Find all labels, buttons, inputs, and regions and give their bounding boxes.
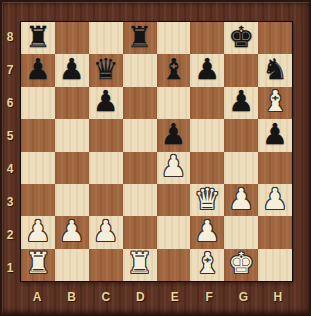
square-e2[interactable] [157,216,191,248]
black-pawn: ♟ [262,120,288,149]
white-king: ♚ [228,249,254,278]
square-a5[interactable] [21,119,55,151]
rank-label-1: 1 [2,251,18,284]
rank-label-5: 5 [2,120,18,153]
square-f5[interactable] [190,119,224,151]
square-a1[interactable]: ♜ [21,249,55,281]
square-h8[interactable] [258,22,292,54]
black-pawn: ♟ [93,87,119,116]
file-label-g: G [226,286,260,308]
square-d5[interactable] [123,119,157,151]
white-pawn: ♟ [228,185,254,214]
square-c8[interactable] [89,22,123,54]
square-d8[interactable]: ♜ [123,22,157,54]
file-label-a: A [20,286,54,308]
square-f8[interactable] [190,22,224,54]
square-b2[interactable]: ♟ [55,216,89,248]
square-c3[interactable] [89,184,123,216]
square-f1[interactable]: ♝ [190,249,224,281]
square-b5[interactable] [55,119,89,151]
square-h5[interactable]: ♟ [258,119,292,151]
black-knight: ♞ [262,55,288,84]
black-pawn: ♟ [59,55,85,84]
white-pawn: ♟ [93,217,119,246]
black-pawn: ♟ [228,87,254,116]
file-label-b: B [54,286,88,308]
black-king: ♚ [228,23,254,52]
file-label-e: E [158,286,192,308]
square-a6[interactable] [21,87,55,119]
square-e1[interactable] [157,249,191,281]
square-e7[interactable]: ♝ [157,54,191,86]
square-d7[interactable] [123,54,157,86]
square-b6[interactable] [55,87,89,119]
file-label-c: C [89,286,123,308]
white-bishop: ♝ [194,249,220,278]
square-g8[interactable]: ♚ [224,22,258,54]
square-f2[interactable]: ♟ [190,216,224,248]
square-g6[interactable]: ♟ [224,87,258,119]
square-c6[interactable]: ♟ [89,87,123,119]
square-f4[interactable] [190,152,224,184]
rank-labels: 87654321 [2,21,20,284]
square-h6[interactable]: ♝ [258,87,292,119]
black-pawn: ♟ [194,55,220,84]
black-pawn: ♟ [160,120,186,149]
white-pawn: ♟ [194,217,220,246]
black-pawn: ♟ [25,55,51,84]
square-g2[interactable] [224,216,258,248]
square-d4[interactable] [123,152,157,184]
square-b3[interactable] [55,184,89,216]
square-g5[interactable] [224,119,258,151]
file-label-h: H [261,286,295,308]
square-g1[interactable]: ♚ [224,249,258,281]
square-h3[interactable]: ♟ [258,184,292,216]
square-a8[interactable]: ♜ [21,22,55,54]
square-a7[interactable]: ♟ [21,54,55,86]
square-g7[interactable] [224,54,258,86]
square-h2[interactable] [258,216,292,248]
file-label-d: D [123,286,157,308]
square-b1[interactable] [55,249,89,281]
rank-label-2: 2 [2,218,18,251]
square-e6[interactable] [157,87,191,119]
square-e5[interactable]: ♟ [157,119,191,151]
black-rook: ♜ [127,23,153,52]
black-bishop: ♝ [160,55,186,84]
square-b8[interactable] [55,22,89,54]
black-rook: ♜ [25,23,51,52]
square-e3[interactable] [157,184,191,216]
white-pawn: ♟ [25,217,51,246]
square-e4[interactable]: ♟ [157,152,191,184]
square-a4[interactable] [21,152,55,184]
square-a2[interactable]: ♟ [21,216,55,248]
white-pawn: ♟ [262,185,288,214]
rank-label-3: 3 [2,185,18,218]
chess-board-frame: 87654321 ♜♜♚♟♟♛♝♟♞♟♟♝♟♟♟♛♟♟♟♟♟♟♜♜♝♚ ABCD… [0,0,311,316]
file-labels: ABCDEFGH [20,286,295,308]
black-queen: ♛ [93,55,119,84]
square-f3[interactable]: ♛ [190,184,224,216]
square-b7[interactable]: ♟ [55,54,89,86]
rank-label-6: 6 [2,87,18,120]
square-c7[interactable]: ♛ [89,54,123,86]
square-d1[interactable]: ♜ [123,249,157,281]
rank-label-7: 7 [2,54,18,87]
square-a3[interactable] [21,184,55,216]
white-queen: ♛ [194,185,220,214]
white-pawn: ♟ [59,217,85,246]
rank-label-4: 4 [2,153,18,186]
square-d2[interactable] [123,216,157,248]
square-g3[interactable]: ♟ [224,184,258,216]
square-g4[interactable] [224,152,258,184]
square-c5[interactable] [89,119,123,151]
square-h7[interactable]: ♞ [258,54,292,86]
square-h4[interactable] [258,152,292,184]
square-f6[interactable] [190,87,224,119]
square-e8[interactable] [157,22,191,54]
square-d6[interactable] [123,87,157,119]
rank-label-8: 8 [2,21,18,54]
file-label-f: F [192,286,226,308]
square-b4[interactable] [55,152,89,184]
square-c2[interactable]: ♟ [89,216,123,248]
white-pawn: ♟ [160,152,186,181]
white-bishop: ♝ [262,87,288,116]
square-f7[interactable]: ♟ [190,54,224,86]
white-rook: ♜ [25,249,51,278]
square-h1[interactable] [258,249,292,281]
square-c4[interactable] [89,152,123,184]
board[interactable]: ♜♜♚♟♟♛♝♟♞♟♟♝♟♟♟♛♟♟♟♟♟♟♜♜♝♚ [20,21,293,282]
white-rook: ♜ [127,249,153,278]
square-d3[interactable] [123,184,157,216]
square-c1[interactable] [89,249,123,281]
